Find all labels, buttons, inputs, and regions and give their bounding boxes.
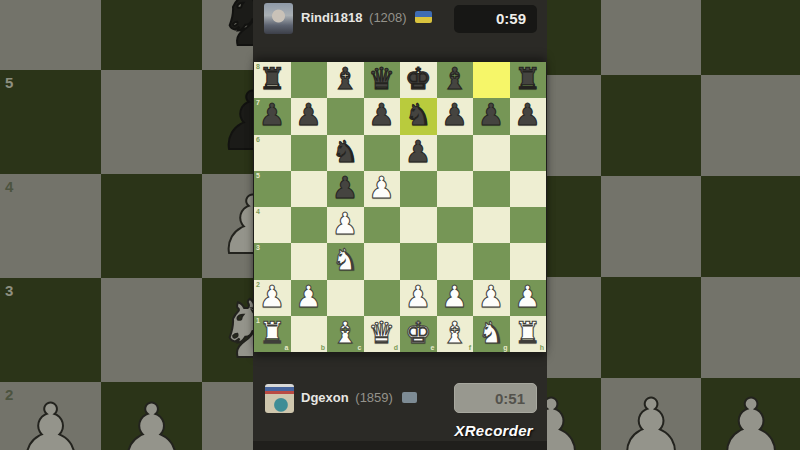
black-knight-piece: ♞: [400, 97, 437, 133]
square-e3[interactable]: [400, 243, 437, 279]
background-square: [601, 176, 701, 277]
square-d4[interactable]: [364, 207, 401, 243]
background-white-pawn-piece: ♟: [217, 186, 253, 266]
white-king-piece: ♚: [400, 315, 437, 351]
square-e4[interactable]: [400, 207, 437, 243]
square-g3[interactable]: [473, 243, 510, 279]
black-bishop-piece: ♝: [327, 61, 364, 97]
player-flag-icon: [402, 392, 417, 403]
rank-label: 3: [256, 244, 260, 251]
white-rook-piece: ♜: [510, 315, 547, 351]
square-a5[interactable]: 5: [254, 171, 291, 207]
square-d2[interactable]: [364, 280, 401, 316]
player-username: Dgexon: [301, 390, 349, 405]
background-square: [0, 70, 101, 174]
background-black-knight-piece: ♞: [217, 0, 253, 58]
square-c4[interactable]: ♟: [327, 207, 364, 243]
square-c3[interactable]: ♞: [327, 243, 364, 279]
square-f8[interactable]: ♝: [437, 62, 474, 98]
opponent-avatar[interactable]: [264, 3, 293, 34]
white-pawn-piece: ♟: [364, 170, 401, 206]
square-a2[interactable]: 2♟: [254, 280, 291, 316]
background-square: [547, 0, 601, 75]
square-c5[interactable]: ♟: [327, 171, 364, 207]
ukraine-flag-icon: [415, 11, 432, 23]
square-f1[interactable]: f♝: [437, 316, 474, 352]
opponent-row[interactable]: Rindi1818 (1208) 0:59: [253, 0, 547, 40]
square-f3[interactable]: [437, 243, 474, 279]
square-e1[interactable]: e♚: [400, 316, 437, 352]
background-square: [601, 277, 701, 378]
background-square: [601, 75, 701, 176]
black-rook-piece: ♜: [254, 61, 291, 97]
player-info: Dgexon (1859): [301, 389, 417, 407]
rank-label: 4: [256, 208, 260, 215]
black-knight-piece: ♞: [327, 134, 364, 170]
background-rank-label: 2: [5, 386, 13, 403]
background-white-pawn-piece: ♟: [116, 394, 188, 450]
black-rook-piece: ♜: [510, 61, 547, 97]
phone-bottom-strip: [253, 441, 547, 450]
square-h8[interactable]: ♜: [510, 62, 547, 98]
player-clock: 0:51: [454, 383, 537, 413]
square-f4[interactable]: [437, 207, 474, 243]
background-white-pawn-piece: ♟: [547, 389, 587, 450]
background-square: [101, 0, 202, 70]
square-h5[interactable]: [510, 171, 547, 207]
square-d8[interactable]: ♛: [364, 62, 401, 98]
background-square: [202, 382, 253, 450]
square-h1[interactable]: h♜: [510, 316, 547, 352]
black-bishop-piece: ♝: [437, 61, 474, 97]
white-knight-piece: ♞: [327, 242, 364, 278]
background-square: [547, 277, 601, 378]
square-a7[interactable]: 7♟: [254, 98, 291, 134]
background-square: [0, 0, 101, 70]
square-g5[interactable]: [473, 171, 510, 207]
square-g4[interactable]: [473, 207, 510, 243]
background-square: [547, 176, 601, 277]
black-pawn-piece: ♟: [510, 97, 547, 133]
white-pawn-piece: ♟: [291, 279, 328, 315]
square-a3[interactable]: 3: [254, 243, 291, 279]
background-black-pawn-piece: ♟: [217, 82, 253, 162]
background-square: [701, 0, 800, 75]
black-pawn-piece: ♟: [364, 97, 401, 133]
square-e5[interactable]: [400, 171, 437, 207]
white-pawn-piece: ♟: [254, 279, 291, 315]
player-row[interactable]: Dgexon (1859) 0:51: [253, 380, 547, 420]
square-h3[interactable]: [510, 243, 547, 279]
white-rook-piece: ♜: [254, 315, 291, 351]
square-e7[interactable]: ♞: [400, 98, 437, 134]
file-label: b: [321, 344, 325, 351]
chess-app-screen: Rindi1818 (1208) 0:59 8♜♝♛♚♝♜7♟♟♟♞♟♟♟6♞♟…: [253, 0, 547, 450]
white-knight-piece: ♞: [473, 315, 510, 351]
black-pawn-piece: ♟: [400, 134, 437, 170]
square-h7[interactable]: ♟: [510, 98, 547, 134]
background-white-knight-piece: ♞: [217, 290, 253, 370]
square-b4[interactable]: [291, 207, 328, 243]
white-queen-piece: ♛: [364, 315, 401, 351]
white-pawn-piece: ♟: [400, 279, 437, 315]
square-d7[interactable]: ♟: [364, 98, 401, 134]
white-pawn-piece: ♟: [473, 279, 510, 315]
background-square: [601, 0, 701, 75]
opponent-username: Rindi1818: [301, 10, 362, 25]
black-pawn-piece: ♟: [473, 97, 510, 133]
background-square: [547, 75, 601, 176]
rank-label: 5: [256, 172, 260, 179]
square-a1[interactable]: 1a♜: [254, 316, 291, 352]
white-bishop-piece: ♝: [437, 315, 474, 351]
square-b3[interactable]: [291, 243, 328, 279]
white-pawn-piece: ♟: [510, 279, 547, 315]
player-avatar[interactable]: [265, 384, 294, 413]
square-b2[interactable]: ♟: [291, 280, 328, 316]
square-e8[interactable]: ♚: [400, 62, 437, 98]
black-pawn-piece: ♟: [327, 170, 364, 206]
black-pawn-piece: ♟: [254, 97, 291, 133]
square-d1[interactable]: d♛: [364, 316, 401, 352]
white-pawn-piece: ♟: [437, 279, 474, 315]
background-square: [101, 174, 202, 278]
white-bishop-piece: ♝: [327, 315, 364, 351]
background-square: [0, 278, 101, 382]
background-square: [701, 75, 800, 176]
square-b7[interactable]: ♟: [291, 98, 328, 134]
background-board-right: ♟♟♟: [547, 0, 800, 450]
square-d5[interactable]: ♟: [364, 171, 401, 207]
background-square: [701, 277, 800, 378]
square-g2[interactable]: ♟: [473, 280, 510, 316]
square-c8[interactable]: ♝: [327, 62, 364, 98]
black-pawn-piece: ♟: [437, 97, 474, 133]
square-g6[interactable]: [473, 135, 510, 171]
square-c7[interactable]: [327, 98, 364, 134]
square-h6[interactable]: [510, 135, 547, 171]
screen: 5432♞♟♟♞♟♟ ♟♟♟ Rindi1818 (1208) 0:59 8♜♝…: [0, 0, 800, 450]
square-g8[interactable]: [473, 62, 510, 98]
square-a6[interactable]: 6: [254, 135, 291, 171]
background-board-left: 5432♞♟♟♞♟♟: [0, 0, 253, 450]
background-square: [101, 70, 202, 174]
square-b1[interactable]: b: [291, 316, 328, 352]
background-square: [101, 278, 202, 382]
square-e2[interactable]: ♟: [400, 280, 437, 316]
square-h2[interactable]: ♟: [510, 280, 547, 316]
square-h4[interactable]: [510, 207, 547, 243]
square-d6[interactable]: [364, 135, 401, 171]
square-b5[interactable]: [291, 171, 328, 207]
white-pawn-piece: ♟: [327, 206, 364, 242]
square-c6[interactable]: ♞: [327, 135, 364, 171]
background-white-pawn-piece: ♟: [715, 389, 787, 450]
background-rank-label: 4: [5, 178, 13, 195]
chess-board: 8♜♝♛♚♝♜7♟♟♟♞♟♟♟6♞♟5♟♟4♟3♞2♟♟♟♟♟♟1a♜bc♝d♛…: [254, 62, 546, 352]
background-white-pawn-piece: ♟: [15, 394, 87, 450]
square-a4[interactable]: 4: [254, 207, 291, 243]
black-king-piece: ♚: [400, 61, 437, 97]
background-rank-label: 3: [5, 282, 13, 299]
black-pawn-piece: ♟: [291, 97, 328, 133]
black-queen-piece: ♛: [364, 61, 401, 97]
square-g1[interactable]: g♞: [473, 316, 510, 352]
square-f2[interactable]: ♟: [437, 280, 474, 316]
player-rating: (1859): [355, 390, 393, 405]
square-f7[interactable]: ♟: [437, 98, 474, 134]
background-square: [0, 174, 101, 278]
square-f6[interactable]: [437, 135, 474, 171]
square-c2[interactable]: [327, 280, 364, 316]
square-f5[interactable]: [437, 171, 474, 207]
square-b8[interactable]: [291, 62, 328, 98]
rank-label: 6: [256, 136, 260, 143]
background-white-pawn-piece: ♟: [615, 389, 687, 450]
square-g7[interactable]: ♟: [473, 98, 510, 134]
square-e6[interactable]: ♟: [400, 135, 437, 171]
opponent-clock: 0:59: [454, 5, 537, 33]
background-rank-label: 5: [5, 74, 13, 91]
square-d3[interactable]: [364, 243, 401, 279]
opponent-info: Rindi1818 (1208): [301, 9, 432, 27]
square-a8[interactable]: 8♜: [254, 62, 291, 98]
xrecorder-watermark: XRecorder: [454, 422, 533, 439]
opponent-rating: (1208): [369, 10, 407, 25]
square-b6[interactable]: [291, 135, 328, 171]
square-c1[interactable]: c♝: [327, 316, 364, 352]
background-square: [701, 176, 800, 277]
